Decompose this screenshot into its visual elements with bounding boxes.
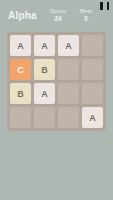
app-title: Alpha: [8, 10, 37, 21]
score-label: Score: [45, 8, 71, 15]
empty-cell-r2c4: [82, 59, 103, 80]
empty-cell-r3c4: [82, 83, 103, 104]
tile-A-r3c2: A: [34, 83, 55, 104]
tile-A-r4c4: A: [82, 107, 103, 128]
tile-A-r1c3: A: [58, 35, 79, 56]
pause-bar-right: [107, 2, 110, 10]
empty-cell-r4c1: [10, 107, 31, 128]
best-label: Best: [73, 8, 99, 15]
empty-cell-r1c4: [82, 35, 103, 56]
game-board[interactable]: AAACBBAA: [7, 32, 106, 131]
game-screen: Alpha Score 24 Best 0 AAACBBAA: [0, 0, 113, 200]
tile-A-r1c2: A: [34, 35, 55, 56]
empty-cell-r4c3: [58, 107, 79, 128]
score-value: 24: [45, 15, 71, 23]
tile-B-r2c2: B: [34, 59, 55, 80]
tile-A-r1c1: A: [10, 35, 31, 56]
tile-C-r2c1: C: [10, 59, 31, 80]
score-box: Score 24: [45, 8, 71, 23]
best-box: Best 0: [73, 8, 99, 23]
best-value: 0: [73, 15, 99, 23]
tile-B-r3c1: B: [10, 83, 31, 104]
empty-cell-r3c3: [58, 83, 79, 104]
empty-cell-r2c3: [58, 59, 79, 80]
empty-cell-r4c2: [34, 107, 55, 128]
pause-bar-left: [100, 2, 103, 10]
pause-icon[interactable]: [100, 2, 109, 11]
